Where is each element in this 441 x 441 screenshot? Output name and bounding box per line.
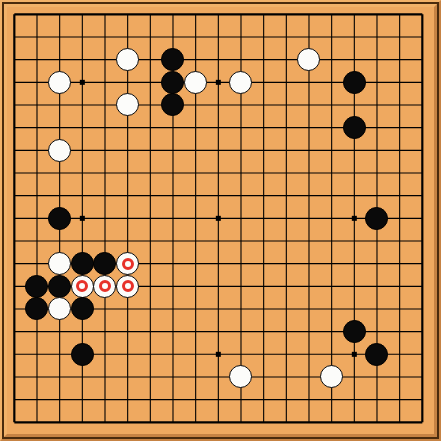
stone-white[interactable] (229, 71, 252, 94)
stone-white-marked[interactable] (71, 275, 94, 298)
stone-white[interactable] (48, 71, 71, 94)
stone-black[interactable] (48, 207, 71, 230)
go-board[interactable] (0, 0, 441, 441)
stone-white[interactable] (48, 297, 71, 320)
stone-black[interactable] (365, 207, 388, 230)
stone-black[interactable] (343, 116, 366, 139)
stone-black[interactable] (25, 297, 48, 320)
red-circle-marker (99, 280, 111, 292)
board-grid (3, 3, 433, 433)
stone-black[interactable] (71, 343, 94, 366)
red-circle-marker (76, 280, 88, 292)
stone-white[interactable] (48, 252, 71, 275)
stone-black[interactable] (25, 275, 48, 298)
stone-black[interactable] (365, 343, 388, 366)
stone-black[interactable] (161, 93, 184, 116)
stone-black[interactable] (71, 297, 94, 320)
red-circle-marker (122, 258, 134, 270)
stone-white[interactable] (48, 139, 71, 162)
go-diagram-screenshot (0, 0, 441, 441)
stone-black[interactable] (71, 252, 94, 275)
stone-white[interactable] (116, 93, 139, 116)
stone-white-marked[interactable] (116, 275, 139, 298)
stone-white[interactable] (116, 48, 139, 71)
stone-black[interactable] (161, 71, 184, 94)
stone-white[interactable] (320, 365, 343, 388)
stone-white[interactable] (229, 365, 252, 388)
stone-black[interactable] (48, 275, 71, 298)
stone-white[interactable] (297, 48, 320, 71)
stone-black[interactable] (343, 71, 366, 94)
stone-white-marked[interactable] (116, 252, 139, 275)
stone-white-marked[interactable] (93, 275, 116, 298)
stone-black[interactable] (93, 252, 116, 275)
stone-black[interactable] (343, 320, 366, 343)
red-circle-marker (122, 280, 134, 292)
stone-black[interactable] (161, 48, 184, 71)
stone-white[interactable] (184, 71, 207, 94)
